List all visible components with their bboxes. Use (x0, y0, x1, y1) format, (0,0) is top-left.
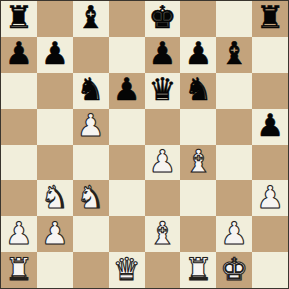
square-f5[interactable] (180, 109, 216, 145)
square-e3[interactable] (145, 180, 181, 216)
square-f2[interactable] (180, 216, 216, 252)
white-pawn[interactable]: ♟ (220, 218, 248, 249)
square-a4[interactable] (1, 145, 37, 181)
square-c6[interactable]: ♞ (73, 73, 109, 109)
square-g2[interactable]: ♟ (216, 216, 252, 252)
square-b3[interactable]: ♞ (37, 180, 73, 216)
chess-board: ♜♝♚♜♟♟♟♟♝♞♟♛♞♟♟♟♝♞♞♟♟♟♝♟♜♛♜♚ (0, 0, 289, 289)
square-h5[interactable]: ♟ (252, 109, 288, 145)
black-bishop[interactable]: ♝ (220, 38, 248, 69)
square-a3[interactable] (1, 180, 37, 216)
square-h2[interactable] (252, 216, 288, 252)
square-e1[interactable] (145, 252, 181, 288)
white-queen[interactable]: ♛ (113, 254, 141, 285)
square-e7[interactable]: ♟ (145, 37, 181, 73)
square-a6[interactable] (1, 73, 37, 109)
black-pawn[interactable]: ♟ (149, 38, 177, 69)
black-pawn[interactable]: ♟ (113, 74, 141, 105)
square-g3[interactable] (216, 180, 252, 216)
square-g8[interactable] (216, 1, 252, 37)
square-e8[interactable]: ♚ (145, 1, 181, 37)
square-c2[interactable] (73, 216, 109, 252)
square-h7[interactable] (252, 37, 288, 73)
square-d7[interactable] (109, 37, 145, 73)
square-b6[interactable] (37, 73, 73, 109)
square-e5[interactable] (145, 109, 181, 145)
square-b2[interactable]: ♟ (37, 216, 73, 252)
white-king[interactable]: ♚ (220, 254, 248, 285)
square-c4[interactable] (73, 145, 109, 181)
square-d6[interactable]: ♟ (109, 73, 145, 109)
black-king[interactable]: ♚ (149, 2, 177, 33)
square-g5[interactable] (216, 109, 252, 145)
black-pawn[interactable]: ♟ (5, 38, 33, 69)
black-rook[interactable]: ♜ (5, 2, 33, 33)
white-pawn[interactable]: ♟ (256, 182, 284, 213)
square-c5[interactable]: ♟ (73, 109, 109, 145)
square-c8[interactable]: ♝ (73, 1, 109, 37)
square-a5[interactable] (1, 109, 37, 145)
square-a2[interactable]: ♟ (1, 216, 37, 252)
square-h8[interactable]: ♜ (252, 1, 288, 37)
square-e2[interactable]: ♝ (145, 216, 181, 252)
black-knight[interactable]: ♞ (184, 74, 212, 105)
white-bishop[interactable]: ♝ (149, 218, 177, 249)
square-g4[interactable] (216, 145, 252, 181)
square-b7[interactable]: ♟ (37, 37, 73, 73)
square-h3[interactable]: ♟ (252, 180, 288, 216)
square-e6[interactable]: ♛ (145, 73, 181, 109)
square-f6[interactable]: ♞ (180, 73, 216, 109)
square-c7[interactable] (73, 37, 109, 73)
square-d1[interactable]: ♛ (109, 252, 145, 288)
square-f7[interactable]: ♟ (180, 37, 216, 73)
square-h6[interactable] (252, 73, 288, 109)
white-rook[interactable]: ♜ (184, 254, 212, 285)
black-pawn[interactable]: ♟ (256, 110, 284, 141)
white-pawn[interactable]: ♟ (77, 110, 105, 141)
white-knight[interactable]: ♞ (41, 182, 69, 213)
square-f8[interactable] (180, 1, 216, 37)
white-pawn[interactable]: ♟ (41, 218, 69, 249)
square-d3[interactable] (109, 180, 145, 216)
square-d8[interactable] (109, 1, 145, 37)
square-e4[interactable]: ♟ (145, 145, 181, 181)
white-bishop[interactable]: ♝ (184, 146, 212, 177)
black-bishop[interactable]: ♝ (77, 2, 105, 33)
black-pawn[interactable]: ♟ (41, 38, 69, 69)
black-pawn[interactable]: ♟ (184, 38, 212, 69)
square-h4[interactable] (252, 145, 288, 181)
square-f1[interactable]: ♜ (180, 252, 216, 288)
white-rook[interactable]: ♜ (5, 254, 33, 285)
square-g1[interactable]: ♚ (216, 252, 252, 288)
square-b4[interactable] (37, 145, 73, 181)
square-b8[interactable] (37, 1, 73, 37)
square-g6[interactable] (216, 73, 252, 109)
black-queen[interactable]: ♛ (149, 74, 177, 105)
square-f4[interactable]: ♝ (180, 145, 216, 181)
square-d2[interactable] (109, 216, 145, 252)
square-a7[interactable]: ♟ (1, 37, 37, 73)
square-h1[interactable] (252, 252, 288, 288)
black-knight[interactable]: ♞ (77, 74, 105, 105)
square-f3[interactable] (180, 180, 216, 216)
white-pawn[interactable]: ♟ (5, 218, 33, 249)
white-pawn[interactable]: ♟ (149, 146, 177, 177)
square-a1[interactable]: ♜ (1, 252, 37, 288)
square-c3[interactable]: ♞ (73, 180, 109, 216)
square-a8[interactable]: ♜ (1, 1, 37, 37)
square-c1[interactable] (73, 252, 109, 288)
square-b5[interactable] (37, 109, 73, 145)
black-rook[interactable]: ♜ (256, 2, 284, 33)
square-b1[interactable] (37, 252, 73, 288)
square-d4[interactable] (109, 145, 145, 181)
square-g7[interactable]: ♝ (216, 37, 252, 73)
square-d5[interactable] (109, 109, 145, 145)
white-knight[interactable]: ♞ (77, 182, 105, 213)
